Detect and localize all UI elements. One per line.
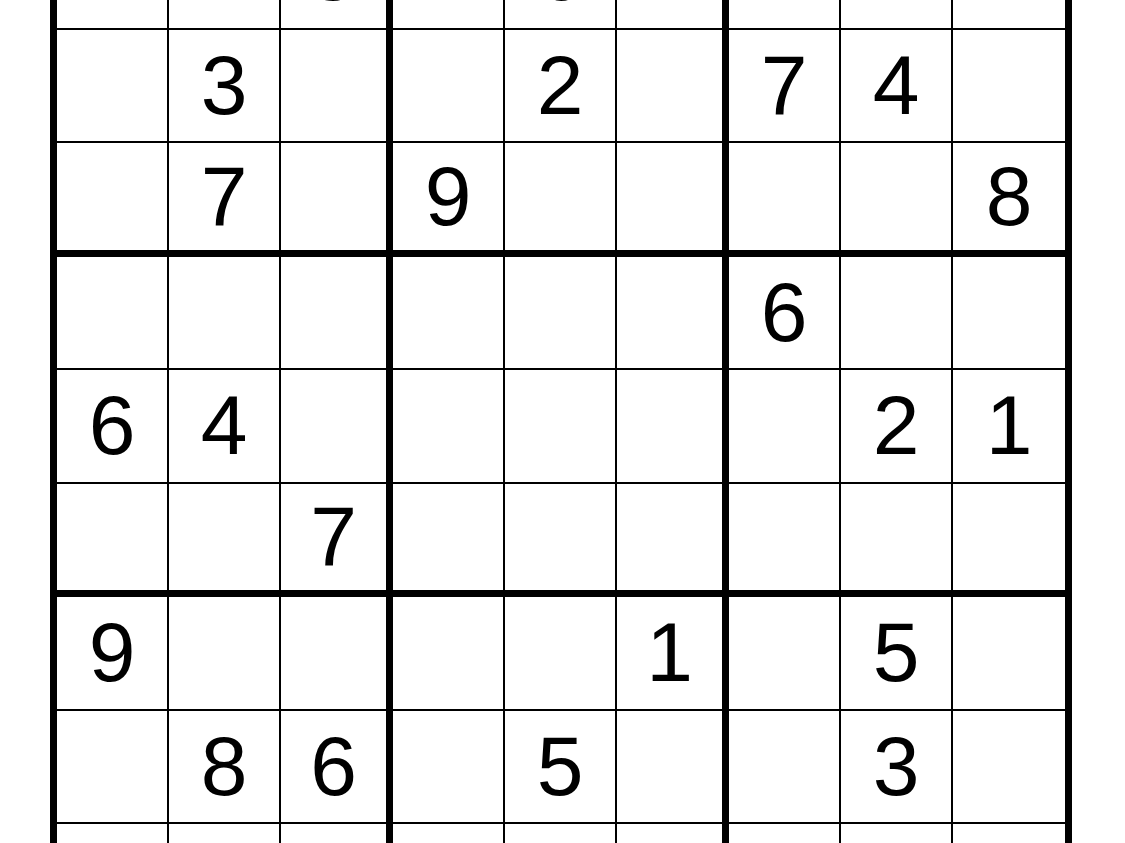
cell-r9c5[interactable] [505,824,617,843]
cell-r9c8[interactable] [841,824,953,843]
cell-r1c3[interactable]: 5 [281,0,393,30]
cell-r3c4[interactable]: 9 [393,143,505,257]
cell-r7c1[interactable]: 9 [57,597,169,711]
given-digit: 8 [201,718,248,815]
cell-r4c5[interactable] [505,257,617,371]
given-digit: 6 [761,264,808,361]
cell-r7c7[interactable] [729,597,841,711]
cell-r3c1[interactable] [57,143,169,257]
cell-r9c7[interactable] [729,824,841,843]
given-digit: 4 [201,377,248,474]
cell-r3c6[interactable] [617,143,729,257]
cell-r3c5[interactable] [505,143,617,257]
cell-r3c9[interactable]: 8 [953,143,1065,257]
cell-r4c2[interactable] [169,257,281,371]
cell-r2c1[interactable] [57,30,169,144]
given-digit: 7 [201,148,248,245]
cell-r3c3[interactable] [281,143,393,257]
given-digit: 7 [310,488,357,585]
given-digit: 9 [89,604,136,701]
given-digit: 4 [873,37,920,134]
cell-r2c4[interactable] [393,30,505,144]
cell-r9c4[interactable] [393,824,505,843]
cell-r1c8[interactable] [841,0,953,30]
cell-r2c9[interactable] [953,30,1065,144]
cell-r9c3[interactable] [281,824,393,843]
cell-r6c8[interactable] [841,484,953,598]
given-digit: 8 [986,148,1033,245]
cell-r8c2[interactable]: 8 [169,711,281,825]
given-digit: 6 [89,377,136,474]
cell-r6c5[interactable] [505,484,617,598]
cell-r5c9[interactable]: 1 [953,370,1065,484]
cell-r5c2[interactable]: 4 [169,370,281,484]
cell-r2c2[interactable]: 3 [169,30,281,144]
cell-r7c4[interactable] [393,597,505,711]
cell-r8c5[interactable]: 5 [505,711,617,825]
cell-r7c5[interactable] [505,597,617,711]
given-digit: 5 [873,604,920,701]
given-digit: 7 [761,37,808,134]
given-digit: 9 [425,148,472,245]
cell-r9c1[interactable] [57,824,169,843]
cell-r4c3[interactable] [281,257,393,371]
given-digit: 6 [310,718,357,815]
cell-r9c2[interactable] [169,824,281,843]
cell-r4c4[interactable] [393,257,505,371]
cell-r5c3[interactable] [281,370,393,484]
given-digit: 5 [310,0,357,20]
cell-r7c8[interactable]: 5 [841,597,953,711]
sudoku-board: 5632747986642179158653 [50,0,1072,843]
cell-r2c7[interactable]: 7 [729,30,841,144]
given-digit: 5 [537,718,584,815]
cell-r7c9[interactable] [953,597,1065,711]
cell-r4c6[interactable] [617,257,729,371]
cell-r6c9[interactable] [953,484,1065,598]
given-digit: 1 [986,377,1033,474]
cell-r1c7[interactable] [729,0,841,30]
cell-r6c4[interactable] [393,484,505,598]
cell-r8c9[interactable] [953,711,1065,825]
cell-r5c8[interactable]: 2 [841,370,953,484]
cell-r2c3[interactable] [281,30,393,144]
given-digit: 1 [646,604,693,701]
cell-r3c7[interactable] [729,143,841,257]
cell-r1c4[interactable] [393,0,505,30]
cell-r6c2[interactable] [169,484,281,598]
given-digit: 2 [873,377,920,474]
cell-r1c6[interactable] [617,0,729,30]
cell-r2c8[interactable]: 4 [841,30,953,144]
cell-r8c6[interactable] [617,711,729,825]
cell-r4c7[interactable]: 6 [729,257,841,371]
cell-r7c2[interactable] [169,597,281,711]
cell-r6c3[interactable]: 7 [281,484,393,598]
cell-r8c4[interactable] [393,711,505,825]
cell-r7c6[interactable]: 1 [617,597,729,711]
sudoku-diagram: 5632747986642179158653 [0,0,1125,843]
cell-r1c2[interactable] [169,0,281,30]
cell-r4c8[interactable] [841,257,953,371]
cell-r2c6[interactable] [617,30,729,144]
cell-r8c7[interactable] [729,711,841,825]
given-digit: 2 [537,37,584,134]
cell-r3c8[interactable] [841,143,953,257]
cell-r5c1[interactable]: 6 [57,370,169,484]
cell-r5c7[interactable] [729,370,841,484]
given-digit: 6 [537,0,584,20]
cell-r6c7[interactable] [729,484,841,598]
cell-r9c9[interactable] [953,824,1065,843]
cell-r9c6[interactable] [617,824,729,843]
cell-r6c6[interactable] [617,484,729,598]
cell-r5c4[interactable] [393,370,505,484]
cell-r1c5[interactable]: 6 [505,0,617,30]
cell-r1c1[interactable] [57,0,169,30]
cell-r4c1[interactable] [57,257,169,371]
cell-r8c1[interactable] [57,711,169,825]
cell-r5c5[interactable] [505,370,617,484]
cell-r1c9[interactable] [953,0,1065,30]
cell-r8c8[interactable]: 3 [841,711,953,825]
cell-r8c3[interactable]: 6 [281,711,393,825]
cell-r6c1[interactable] [57,484,169,598]
cell-r7c3[interactable] [281,597,393,711]
given-digit: 3 [201,37,248,134]
cell-r3c2[interactable]: 7 [169,143,281,257]
cell-r4c9[interactable] [953,257,1065,371]
given-digit: 3 [873,718,920,815]
cell-r5c6[interactable] [617,370,729,484]
cell-r2c5[interactable]: 2 [505,30,617,144]
